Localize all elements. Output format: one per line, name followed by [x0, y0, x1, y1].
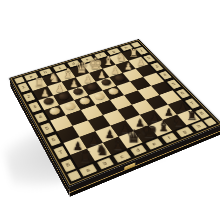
dark-checker-disc: [100, 78, 113, 86]
black-knight: ♞: [93, 144, 111, 157]
scene: abcdefgh abcdefgh 12345678 12345678 ♜♞♝♛…: [0, 0, 220, 220]
white-pawn: ♟: [94, 71, 109, 80]
white-pawn: ♟: [108, 66, 123, 74]
white-pawn: ♟: [67, 79, 83, 88]
board-top-surface: abcdefgh abcdefgh 12345678 12345678 ♜♞♝♛…: [9, 39, 220, 187]
black-rook: ♜: [76, 151, 94, 163]
product-photo: abcdefgh abcdefgh 12345678 12345678 ♜♞♝♛…: [0, 0, 220, 220]
white-pawn: ♟: [52, 84, 68, 93]
black-queen: ♛: [125, 129, 143, 145]
white-pawn: ♟: [81, 75, 96, 84]
black-knight: ♞: [170, 115, 187, 127]
dark-checker-disc: [42, 97, 55, 106]
brass-clasp: [124, 162, 135, 170]
dark-checker-disc: [72, 87, 85, 96]
chess-box: abcdefgh abcdefgh 12345678 12345678 ♜♞♝♛…: [9, 39, 220, 187]
white-pawn: ♟: [121, 62, 136, 70]
white-pawn: ♟: [37, 89, 53, 98]
dark-checker-disc: [57, 92, 70, 101]
black-bishop: ♝: [109, 137, 127, 151]
white-pawn: ♟: [134, 58, 149, 66]
